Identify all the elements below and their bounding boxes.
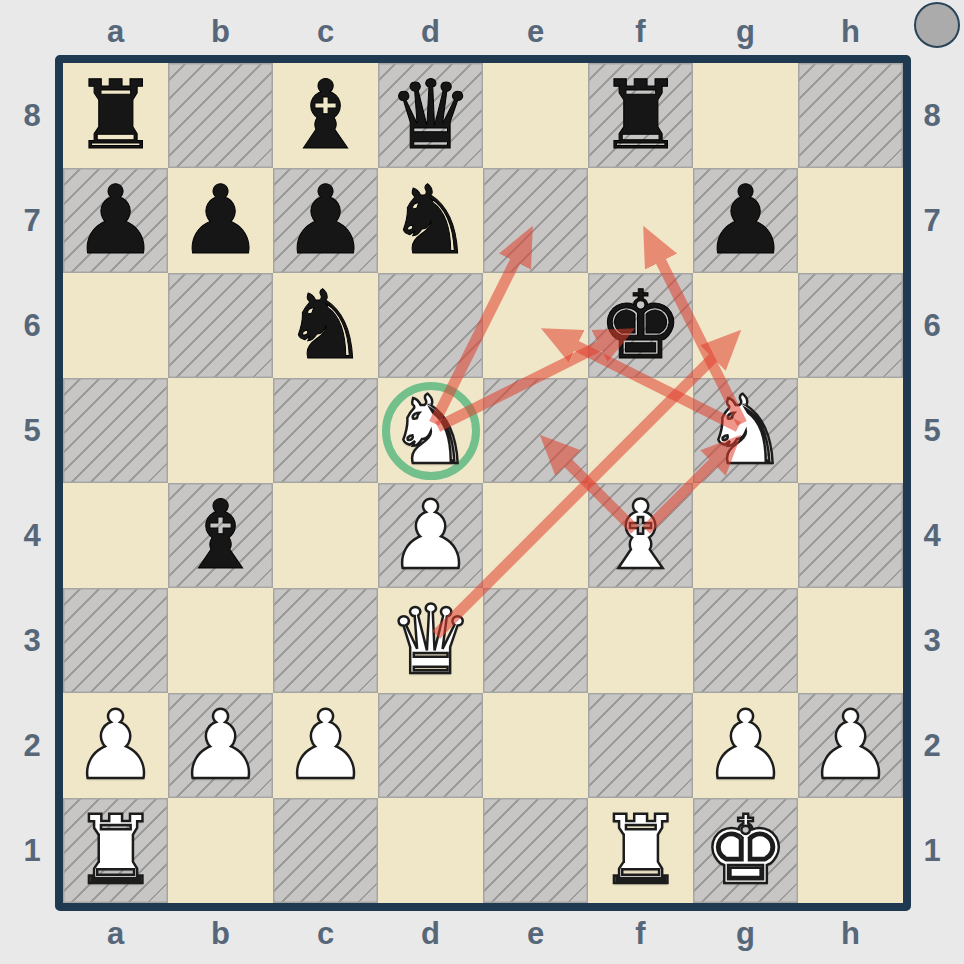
square-a7[interactable]: ♟ bbox=[63, 168, 168, 273]
square-a1[interactable]: ♜ bbox=[63, 798, 168, 903]
square-h3[interactable] bbox=[798, 588, 903, 693]
coord-label-h: h bbox=[798, 916, 903, 952]
square-g7[interactable]: ♟ bbox=[693, 168, 798, 273]
coord-label-6: 6 bbox=[13, 273, 51, 378]
square-d1[interactable] bbox=[378, 798, 483, 903]
piece-white-pawn[interactable]: ♟ bbox=[798, 693, 903, 798]
square-f7[interactable] bbox=[588, 168, 693, 273]
square-f4[interactable]: ♝ bbox=[588, 483, 693, 588]
square-d3[interactable]: ♛ bbox=[378, 588, 483, 693]
square-e6[interactable] bbox=[483, 273, 588, 378]
coord-label-1: 1 bbox=[13, 798, 51, 903]
square-c7[interactable]: ♟ bbox=[273, 168, 378, 273]
square-d2[interactable] bbox=[378, 693, 483, 798]
file-labels-bottom: abcdefgh bbox=[63, 916, 903, 952]
coord-label-h: h bbox=[798, 14, 903, 50]
square-g1[interactable]: ♚ bbox=[693, 798, 798, 903]
coord-label-e: e bbox=[483, 14, 588, 50]
piece-white-rook[interactable]: ♜ bbox=[588, 798, 693, 903]
file-labels-top: abcdefgh bbox=[63, 14, 903, 50]
piece-white-knight[interactable]: ♞ bbox=[378, 378, 483, 483]
square-h7[interactable] bbox=[798, 168, 903, 273]
square-g6[interactable] bbox=[693, 273, 798, 378]
square-c6[interactable]: ♞ bbox=[273, 273, 378, 378]
chess-board-frame: ♜♝♛♜♟♟♟♞♟♞♚♞♞♝♟♝♛♟♟♟♟♟♜♜♚ bbox=[55, 55, 911, 911]
square-b4[interactable]: ♝ bbox=[168, 483, 273, 588]
coord-label-4: 4 bbox=[13, 483, 51, 588]
coord-label-5: 5 bbox=[13, 378, 51, 483]
piece-black-rook[interactable]: ♜ bbox=[588, 63, 693, 168]
square-c4[interactable] bbox=[273, 483, 378, 588]
piece-black-rook[interactable]: ♜ bbox=[63, 63, 168, 168]
square-b8[interactable] bbox=[168, 63, 273, 168]
coord-label-4: 4 bbox=[913, 483, 951, 588]
square-d7[interactable]: ♞ bbox=[378, 168, 483, 273]
square-b7[interactable]: ♟ bbox=[168, 168, 273, 273]
square-e1[interactable] bbox=[483, 798, 588, 903]
chess-board: ♜♝♛♜♟♟♟♞♟♞♚♞♞♝♟♝♛♟♟♟♟♟♜♜♚ bbox=[63, 63, 903, 903]
square-f5[interactable] bbox=[588, 378, 693, 483]
square-h8[interactable] bbox=[798, 63, 903, 168]
coord-label-b: b bbox=[168, 916, 273, 952]
square-c5[interactable] bbox=[273, 378, 378, 483]
square-g5[interactable]: ♞ bbox=[693, 378, 798, 483]
coord-label-3: 3 bbox=[913, 588, 951, 693]
square-g4[interactable] bbox=[693, 483, 798, 588]
piece-white-bishop[interactable]: ♝ bbox=[588, 483, 693, 588]
square-g8[interactable] bbox=[693, 63, 798, 168]
coord-label-2: 2 bbox=[913, 693, 951, 798]
square-b5[interactable] bbox=[168, 378, 273, 483]
piece-black-king[interactable]: ♚ bbox=[588, 273, 693, 378]
square-f2[interactable] bbox=[588, 693, 693, 798]
square-f6[interactable]: ♚ bbox=[588, 273, 693, 378]
coord-label-b: b bbox=[168, 14, 273, 50]
square-b3[interactable] bbox=[168, 588, 273, 693]
square-f1[interactable]: ♜ bbox=[588, 798, 693, 903]
square-c2[interactable]: ♟ bbox=[273, 693, 378, 798]
square-h1[interactable] bbox=[798, 798, 903, 903]
rank-labels-left: 87654321 bbox=[13, 63, 51, 903]
square-a4[interactable] bbox=[63, 483, 168, 588]
square-h4[interactable] bbox=[798, 483, 903, 588]
coord-label-c: c bbox=[273, 916, 378, 952]
square-a2[interactable]: ♟ bbox=[63, 693, 168, 798]
coord-label-g: g bbox=[693, 14, 798, 50]
square-b2[interactable]: ♟ bbox=[168, 693, 273, 798]
square-a3[interactable] bbox=[63, 588, 168, 693]
coord-label-7: 7 bbox=[913, 168, 951, 273]
square-c1[interactable] bbox=[273, 798, 378, 903]
piece-white-knight[interactable]: ♞ bbox=[693, 378, 798, 483]
square-a5[interactable] bbox=[63, 378, 168, 483]
square-d8[interactable]: ♛ bbox=[378, 63, 483, 168]
square-b1[interactable] bbox=[168, 798, 273, 903]
piece-white-queen[interactable]: ♛ bbox=[378, 588, 483, 693]
coord-label-8: 8 bbox=[913, 63, 951, 168]
to-move-indicator bbox=[914, 2, 960, 48]
coord-label-d: d bbox=[378, 916, 483, 952]
piece-white-pawn[interactable]: ♟ bbox=[63, 693, 168, 798]
piece-black-bishop[interactable]: ♝ bbox=[273, 63, 378, 168]
square-d5[interactable]: ♞ bbox=[378, 378, 483, 483]
piece-black-knight[interactable]: ♞ bbox=[273, 273, 378, 378]
coord-label-d: d bbox=[378, 14, 483, 50]
square-f8[interactable]: ♜ bbox=[588, 63, 693, 168]
square-a8[interactable]: ♜ bbox=[63, 63, 168, 168]
square-e2[interactable] bbox=[483, 693, 588, 798]
coord-label-1: 1 bbox=[913, 798, 951, 903]
piece-white-pawn[interactable]: ♟ bbox=[693, 693, 798, 798]
square-e8[interactable] bbox=[483, 63, 588, 168]
piece-black-pawn[interactable]: ♟ bbox=[168, 168, 273, 273]
square-e5[interactable] bbox=[483, 378, 588, 483]
coord-label-7: 7 bbox=[13, 168, 51, 273]
square-c3[interactable] bbox=[273, 588, 378, 693]
piece-black-queen[interactable]: ♛ bbox=[378, 63, 483, 168]
square-d6[interactable] bbox=[378, 273, 483, 378]
square-d4[interactable]: ♟ bbox=[378, 483, 483, 588]
chess-analysis-screen: abcdefgh 87654321 87654321 abcdefgh ♜♝♛♜… bbox=[0, 0, 964, 964]
coord-label-a: a bbox=[63, 14, 168, 50]
square-h6[interactable] bbox=[798, 273, 903, 378]
piece-white-pawn[interactable]: ♟ bbox=[378, 483, 483, 588]
square-h2[interactable]: ♟ bbox=[798, 693, 903, 798]
coord-label-f: f bbox=[588, 916, 693, 952]
coord-label-8: 8 bbox=[13, 63, 51, 168]
coord-label-a: a bbox=[63, 916, 168, 952]
coord-label-6: 6 bbox=[913, 273, 951, 378]
rank-labels-right: 87654321 bbox=[913, 63, 951, 903]
square-e4[interactable] bbox=[483, 483, 588, 588]
piece-white-rook[interactable]: ♜ bbox=[63, 798, 168, 903]
square-b6[interactable] bbox=[168, 273, 273, 378]
square-g3[interactable] bbox=[693, 588, 798, 693]
square-c8[interactable]: ♝ bbox=[273, 63, 378, 168]
piece-white-pawn[interactable]: ♟ bbox=[273, 693, 378, 798]
coord-label-f: f bbox=[588, 14, 693, 50]
coord-label-c: c bbox=[273, 14, 378, 50]
square-e3[interactable] bbox=[483, 588, 588, 693]
square-f3[interactable] bbox=[588, 588, 693, 693]
piece-black-pawn[interactable]: ♟ bbox=[693, 168, 798, 273]
coord-label-e: e bbox=[483, 916, 588, 952]
coord-label-2: 2 bbox=[13, 693, 51, 798]
coord-label-g: g bbox=[693, 916, 798, 952]
piece-black-pawn[interactable]: ♟ bbox=[63, 168, 168, 273]
square-h5[interactable] bbox=[798, 378, 903, 483]
coord-label-5: 5 bbox=[913, 378, 951, 483]
piece-black-bishop[interactable]: ♝ bbox=[168, 483, 273, 588]
square-e7[interactable] bbox=[483, 168, 588, 273]
coord-label-3: 3 bbox=[13, 588, 51, 693]
piece-white-king[interactable]: ♚ bbox=[693, 798, 798, 903]
piece-black-knight[interactable]: ♞ bbox=[378, 168, 483, 273]
square-g2[interactable]: ♟ bbox=[693, 693, 798, 798]
square-a6[interactable] bbox=[63, 273, 168, 378]
piece-black-pawn[interactable]: ♟ bbox=[273, 168, 378, 273]
piece-white-pawn[interactable]: ♟ bbox=[168, 693, 273, 798]
